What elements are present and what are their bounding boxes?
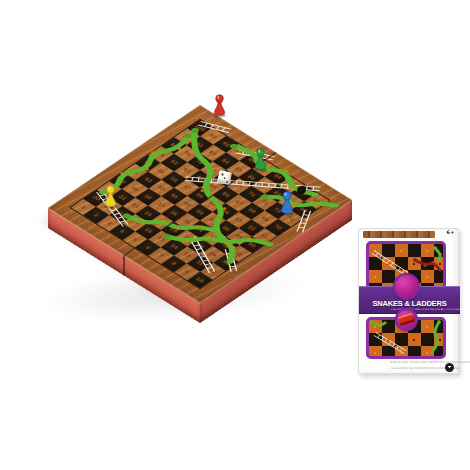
pawn-yellow: [102, 183, 119, 213]
product-badge: [395, 308, 418, 331]
product-box: 6+ SNAKES & LADDERS THE CLASSIC FAMILY G…: [358, 228, 459, 374]
product-photo-canvas: { "game": "snakes-and-ladders", "scene":…: [0, 0, 470, 470]
brand-logo-icon: [445, 363, 454, 372]
footer-text-1: MADE IN CHINA. COLOURS AND CONTENTS MAY …: [390, 361, 428, 364]
board-hole: [297, 186, 306, 194]
age-badge: 6+: [447, 230, 455, 236]
pawn-green: [252, 146, 269, 176]
box-title: SNAKES & LADDERS: [359, 299, 460, 308]
pawn-red: [211, 92, 228, 122]
box-top-edge: [363, 231, 435, 238]
die: [217, 170, 232, 185]
pawn-blue: [278, 189, 296, 220]
box-footer: MADE IN CHINA. COLOURS AND CONTENTS MAY …: [359, 359, 460, 374]
folded-board-icon: [398, 313, 415, 326]
pawn-badge: [393, 273, 420, 300]
footer-text-2: PLEASE RETAIN THIS INFORMATION FOR FUTUR…: [390, 367, 428, 370]
